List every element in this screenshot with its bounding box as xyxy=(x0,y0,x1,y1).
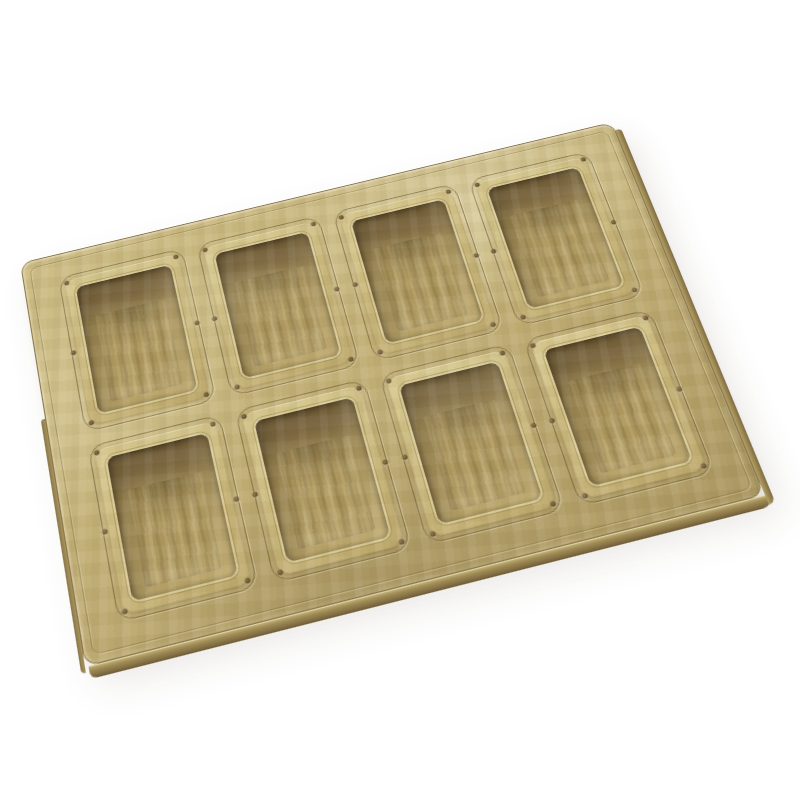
rivet-dot xyxy=(499,349,506,355)
rivet-dot xyxy=(88,420,94,426)
cavity-opening xyxy=(487,167,624,309)
rivet-dot xyxy=(490,248,497,254)
rivet-dot xyxy=(245,578,252,585)
rivet-dot xyxy=(473,252,480,258)
rivet-dot xyxy=(276,570,283,577)
cavity-opening xyxy=(543,327,692,487)
cavity-floor xyxy=(423,399,526,511)
rivet-dot xyxy=(122,609,129,616)
rivet-dot xyxy=(548,417,555,423)
rivet-dot xyxy=(233,385,239,391)
rivet-dot xyxy=(610,219,617,225)
cavity-floor xyxy=(510,200,609,297)
rivet-dot xyxy=(580,156,587,161)
rivet-dot xyxy=(700,463,708,470)
photo-background xyxy=(0,0,800,800)
cavity-1 xyxy=(59,249,214,431)
rivet-dot xyxy=(398,539,405,546)
cavity-floor xyxy=(235,266,327,367)
rivet-dot xyxy=(70,350,76,356)
baking-pan xyxy=(20,122,765,667)
rivet-dot xyxy=(642,315,649,321)
rivet-dot xyxy=(334,286,340,292)
rivet-dot xyxy=(252,491,259,498)
cavity-3 xyxy=(334,184,502,360)
pan-surface xyxy=(20,122,765,667)
rivet-dot xyxy=(101,528,107,535)
cavity-5 xyxy=(89,416,257,622)
cavity-2 xyxy=(197,217,359,396)
rivet-dot xyxy=(173,254,179,260)
rivet-dot xyxy=(204,392,210,398)
cavity-floor xyxy=(95,299,183,401)
rivet-dot xyxy=(211,315,217,321)
rivet-dot xyxy=(530,422,537,428)
cavity-floor xyxy=(373,232,469,331)
rivet-dot xyxy=(401,454,408,460)
rivet-dot xyxy=(382,458,389,465)
rivet-dot xyxy=(519,315,526,321)
cavity-floor xyxy=(569,363,676,473)
cavity-floor xyxy=(276,435,375,549)
rivet-dot xyxy=(348,357,355,363)
rivet-dot xyxy=(352,281,358,287)
rivet-dot xyxy=(210,420,216,426)
rivet-dot xyxy=(310,221,316,227)
rivet-dot xyxy=(490,322,497,328)
rivet-dot xyxy=(676,385,683,391)
rivet-dot xyxy=(194,320,200,326)
rivet-dot xyxy=(377,350,384,356)
rivet-dot xyxy=(550,501,557,508)
cavity-4 xyxy=(469,152,644,325)
cavity-6 xyxy=(235,380,410,582)
rivet-dot xyxy=(355,385,362,391)
cavity-floor xyxy=(127,472,222,588)
rivet-dot xyxy=(631,288,638,294)
rivet-dot xyxy=(429,531,436,538)
rivet-dot xyxy=(233,495,240,502)
